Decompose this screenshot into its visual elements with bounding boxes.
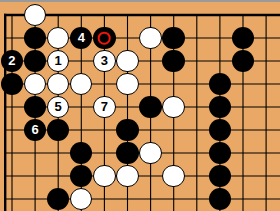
intersection[interactable] [231, 165, 254, 188]
white-stone [47, 73, 69, 95]
intersection[interactable] [47, 27, 70, 50]
intersection[interactable] [70, 96, 93, 119]
intersection[interactable] [139, 96, 162, 119]
intersection[interactable] [0, 165, 23, 188]
intersection[interactable] [185, 96, 208, 119]
black-stone [209, 119, 231, 141]
intersection[interactable] [208, 73, 231, 96]
white-stone [116, 73, 138, 95]
black-stone [70, 142, 92, 164]
white-stone [139, 142, 161, 164]
move-number-label: 4 [78, 31, 85, 44]
intersection[interactable] [93, 188, 116, 211]
white-stone [24, 73, 46, 95]
intersection[interactable]: 6 [24, 119, 47, 142]
intersection[interactable]: 4 [70, 27, 93, 50]
intersection[interactable]: 1 [47, 50, 70, 73]
intersection[interactable] [254, 73, 277, 96]
intersection[interactable] [70, 50, 93, 73]
intersection[interactable] [47, 4, 70, 27]
intersection[interactable] [70, 142, 93, 165]
black-stone: 2 [1, 50, 23, 72]
intersection[interactable] [0, 73, 23, 96]
intersection[interactable] [116, 73, 139, 96]
black-stone [232, 27, 254, 49]
black-stone [1, 73, 23, 95]
intersection[interactable] [231, 119, 254, 142]
intersection[interactable] [139, 50, 162, 73]
white-stone: 7 [93, 96, 115, 118]
intersection[interactable] [116, 165, 139, 188]
intersection[interactable] [231, 4, 254, 27]
intersection[interactable] [0, 27, 23, 50]
intersection[interactable] [93, 165, 116, 188]
intersection[interactable] [185, 73, 208, 96]
intersection[interactable] [162, 165, 185, 188]
intersection[interactable] [0, 188, 23, 211]
white-stone [24, 4, 46, 26]
intersection[interactable] [208, 27, 231, 50]
intersection[interactable] [116, 142, 139, 165]
intersection[interactable]: 7 [93, 96, 116, 119]
move-number-label: 5 [55, 100, 62, 113]
intersection[interactable] [24, 73, 47, 96]
intersection[interactable] [70, 188, 93, 211]
intersection[interactable] [93, 73, 116, 96]
intersection[interactable] [162, 142, 185, 165]
black-stone [24, 50, 46, 72]
intersection[interactable] [93, 142, 116, 165]
black-stone [24, 27, 46, 49]
intersection[interactable] [0, 4, 23, 27]
intersection[interactable] [231, 27, 254, 50]
intersection[interactable] [254, 165, 277, 188]
intersection[interactable] [231, 188, 254, 211]
black-stone [116, 142, 138, 164]
black-stone [47, 188, 69, 210]
intersection[interactable] [139, 73, 162, 96]
intersection[interactable] [254, 27, 277, 50]
intersection[interactable] [139, 4, 162, 27]
intersection[interactable]: 3 [93, 50, 116, 73]
white-stone [116, 165, 138, 187]
board-intersections: 4213576 [0, 4, 277, 211]
black-stone [232, 50, 254, 72]
white-stone: 3 [93, 50, 115, 72]
intersection[interactable] [24, 188, 47, 211]
white-stone [93, 165, 115, 187]
intersection[interactable] [162, 188, 185, 211]
red-circle-marker [98, 32, 111, 45]
white-stone [162, 165, 184, 187]
intersection[interactable] [162, 27, 185, 50]
intersection[interactable] [139, 188, 162, 211]
intersection[interactable] [116, 4, 139, 27]
black-stone [209, 142, 231, 164]
intersection[interactable] [185, 4, 208, 27]
intersection[interactable] [185, 142, 208, 165]
move-number-label: 7 [101, 100, 108, 113]
white-stone [70, 188, 92, 210]
intersection[interactable] [70, 165, 93, 188]
intersection[interactable] [70, 119, 93, 142]
intersection[interactable] [139, 119, 162, 142]
intersection[interactable] [208, 96, 231, 119]
intersection[interactable] [231, 73, 254, 96]
black-stone [162, 27, 184, 49]
intersection[interactable] [208, 4, 231, 27]
black-stone [47, 119, 69, 141]
black-stone [24, 96, 46, 118]
intersection[interactable] [162, 73, 185, 96]
intersection[interactable] [231, 96, 254, 119]
intersection[interactable] [254, 50, 277, 73]
intersection[interactable] [139, 142, 162, 165]
intersection[interactable] [24, 142, 47, 165]
white-stone [162, 96, 184, 118]
intersection[interactable] [139, 27, 162, 50]
intersection[interactable] [208, 50, 231, 73]
intersection[interactable] [231, 50, 254, 73]
white-stone [47, 27, 69, 49]
intersection[interactable] [116, 188, 139, 211]
intersection[interactable]: 5 [47, 96, 70, 119]
intersection[interactable]: 2 [0, 50, 23, 73]
intersection[interactable] [254, 188, 277, 211]
move-number-label: 1 [55, 54, 62, 67]
intersection[interactable] [185, 188, 208, 211]
black-stone [209, 73, 231, 95]
intersection[interactable] [47, 142, 70, 165]
intersection[interactable] [47, 119, 70, 142]
intersection[interactable] [70, 4, 93, 27]
move-number-label: 3 [101, 54, 108, 67]
black-stone [139, 96, 161, 118]
black-stone: 4 [70, 27, 92, 49]
intersection[interactable] [162, 4, 185, 27]
intersection[interactable] [162, 96, 185, 119]
intersection[interactable] [139, 165, 162, 188]
intersection[interactable] [162, 119, 185, 142]
intersection[interactable] [93, 27, 116, 50]
white-stone [139, 27, 161, 49]
intersection[interactable] [208, 165, 231, 188]
intersection[interactable] [0, 142, 23, 165]
intersection[interactable] [208, 119, 231, 142]
intersection[interactable] [116, 96, 139, 119]
black-stone [162, 50, 184, 72]
black-stone [209, 96, 231, 118]
black-stone [70, 165, 92, 187]
black-stone [209, 188, 231, 210]
black-stone: 6 [24, 119, 46, 141]
intersection[interactable] [93, 119, 116, 142]
intersection[interactable] [116, 119, 139, 142]
go-board: 4213576 [0, 0, 280, 211]
move-number-label: 2 [8, 54, 15, 67]
white-stone: 5 [47, 96, 69, 118]
intersection[interactable] [254, 142, 277, 165]
intersection[interactable] [208, 142, 231, 165]
intersection[interactable] [24, 50, 47, 73]
white-stone [116, 50, 138, 72]
intersection[interactable] [93, 4, 116, 27]
intersection[interactable] [24, 27, 47, 50]
intersection[interactable] [254, 4, 277, 27]
white-stone: 1 [47, 50, 69, 72]
intersection[interactable] [254, 96, 277, 119]
intersection[interactable] [0, 96, 23, 119]
intersection[interactable] [208, 188, 231, 211]
black-stone [209, 165, 231, 187]
intersection[interactable] [185, 50, 208, 73]
black-stone [116, 119, 138, 141]
intersection[interactable] [116, 50, 139, 73]
intersection[interactable] [24, 165, 47, 188]
intersection[interactable] [185, 27, 208, 50]
intersection[interactable] [254, 119, 277, 142]
intersection[interactable] [185, 119, 208, 142]
intersection[interactable] [24, 96, 47, 119]
intersection[interactable] [162, 50, 185, 73]
intersection[interactable] [231, 142, 254, 165]
intersection[interactable] [185, 165, 208, 188]
white-stone [70, 73, 92, 95]
intersection[interactable] [116, 27, 139, 50]
intersection[interactable] [47, 73, 70, 96]
intersection[interactable] [47, 165, 70, 188]
intersection[interactable] [0, 119, 23, 142]
move-number-label: 6 [31, 123, 38, 136]
black-stone [93, 27, 115, 49]
intersection[interactable] [70, 73, 93, 96]
intersection[interactable] [47, 188, 70, 211]
intersection[interactable] [24, 4, 47, 27]
